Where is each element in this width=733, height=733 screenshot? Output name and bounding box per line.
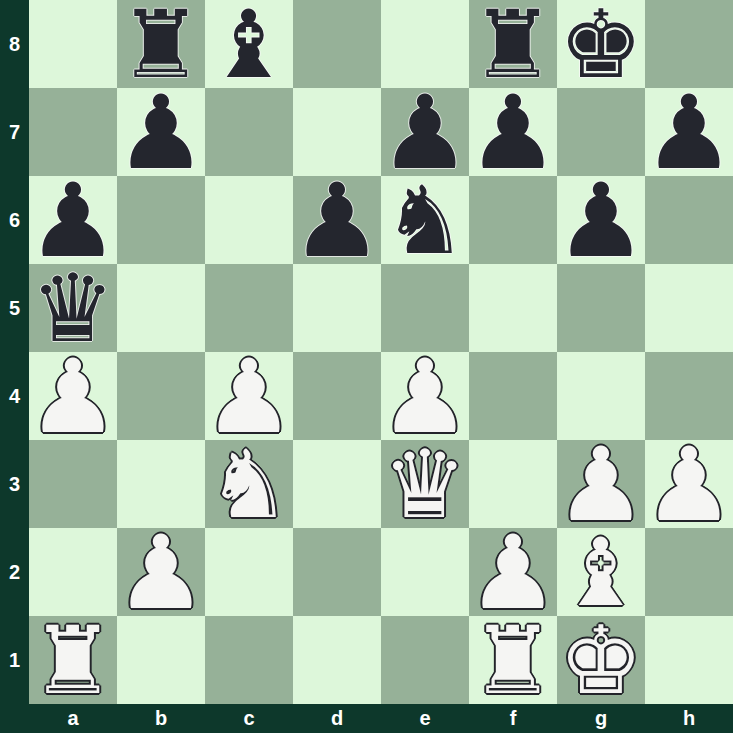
square-c7[interactable] — [205, 88, 293, 176]
black-pawn[interactable]: ♟ — [643, 82, 733, 184]
square-a6[interactable]: ♟ — [29, 176, 117, 264]
rank-label-5: 5 — [0, 264, 29, 352]
black-knight[interactable]: ♞ — [383, 174, 467, 268]
square-f2[interactable]: ♟ — [469, 528, 557, 616]
rank-label-8: 8 — [0, 0, 29, 88]
square-b7[interactable]: ♟ — [117, 88, 205, 176]
square-a2[interactable] — [29, 528, 117, 616]
file-label-e: e — [381, 704, 469, 733]
square-c1[interactable] — [205, 616, 293, 704]
square-a4[interactable]: ♟ — [29, 352, 117, 440]
square-a1[interactable]: ♜ — [29, 616, 117, 704]
square-d6[interactable]: ♟ — [293, 176, 381, 264]
square-g2[interactable]: ♝ — [557, 528, 645, 616]
black-bishop[interactable]: ♝ — [207, 0, 291, 92]
white-pawn[interactable]: ♟ — [27, 346, 118, 448]
square-e4[interactable]: ♟ — [381, 352, 469, 440]
chess-board-frame: 8 7 6 5 4 3 2 1 a b c d e f g h ♜♝♜♚♟♟♟♟… — [0, 0, 733, 733]
square-g6[interactable]: ♟ — [557, 176, 645, 264]
rank-label-3: 3 — [0, 440, 29, 528]
square-f7[interactable]: ♟ — [469, 88, 557, 176]
black-pawn[interactable]: ♟ — [115, 82, 206, 184]
white-rook[interactable]: ♜ — [31, 614, 115, 708]
square-f4[interactable] — [469, 352, 557, 440]
square-h1[interactable] — [645, 616, 733, 704]
file-label-d: d — [293, 704, 381, 733]
square-c2[interactable] — [205, 528, 293, 616]
black-king[interactable]: ♚ — [559, 0, 643, 92]
square-h3[interactable]: ♟ — [645, 440, 733, 528]
square-a8[interactable] — [29, 0, 117, 88]
square-b2[interactable]: ♟ — [117, 528, 205, 616]
rank-label-2: 2 — [0, 528, 29, 616]
white-rook[interactable]: ♜ — [471, 614, 555, 708]
rank-label-1: 1 — [0, 616, 29, 704]
square-d4[interactable] — [293, 352, 381, 440]
square-e6[interactable]: ♞ — [381, 176, 469, 264]
square-e3[interactable]: ♛ — [381, 440, 469, 528]
rank-label-6: 6 — [0, 176, 29, 264]
white-queen[interactable]: ♛ — [383, 438, 467, 532]
square-d3[interactable] — [293, 440, 381, 528]
square-c3[interactable]: ♞ — [205, 440, 293, 528]
square-d1[interactable] — [293, 616, 381, 704]
file-label-h: h — [645, 704, 733, 733]
square-g1[interactable]: ♚ — [557, 616, 645, 704]
white-knight[interactable]: ♞ — [207, 438, 291, 532]
square-d2[interactable] — [293, 528, 381, 616]
board-corner — [0, 704, 29, 733]
white-pawn[interactable]: ♟ — [115, 522, 206, 624]
square-f1[interactable]: ♜ — [469, 616, 557, 704]
rank-label-7: 7 — [0, 88, 29, 176]
square-d8[interactable] — [293, 0, 381, 88]
square-g3[interactable]: ♟ — [557, 440, 645, 528]
square-h5[interactable] — [645, 264, 733, 352]
square-b4[interactable] — [117, 352, 205, 440]
square-c8[interactable]: ♝ — [205, 0, 293, 88]
file-label-b: b — [117, 704, 205, 733]
black-pawn[interactable]: ♟ — [555, 170, 646, 272]
chess-board: 8 7 6 5 4 3 2 1 a b c d e f g h ♜♝♜♚♟♟♟♟… — [0, 0, 733, 733]
rank-label-4: 4 — [0, 352, 29, 440]
square-e7[interactable]: ♟ — [381, 88, 469, 176]
black-pawn[interactable]: ♟ — [291, 170, 382, 272]
square-h7[interactable]: ♟ — [645, 88, 733, 176]
square-e2[interactable] — [381, 528, 469, 616]
white-king[interactable]: ♚ — [559, 614, 643, 708]
square-c6[interactable] — [205, 176, 293, 264]
black-pawn[interactable]: ♟ — [467, 82, 558, 184]
square-f5[interactable] — [469, 264, 557, 352]
square-g8[interactable]: ♚ — [557, 0, 645, 88]
square-e1[interactable] — [381, 616, 469, 704]
white-pawn[interactable]: ♟ — [643, 434, 733, 536]
file-label-c: c — [205, 704, 293, 733]
square-c4[interactable]: ♟ — [205, 352, 293, 440]
square-b5[interactable] — [117, 264, 205, 352]
